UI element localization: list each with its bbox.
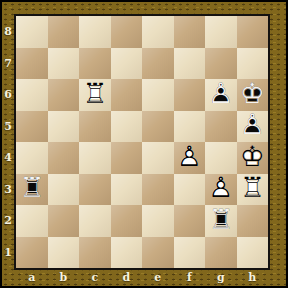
rank-label-4: 4 <box>2 142 14 174</box>
square-b8[interactable] <box>48 16 80 48</box>
piece-black-pawn-g6[interactable]: ♟♙ <box>205 79 237 111</box>
file-label-h: h <box>237 269 269 286</box>
piece-white-pawn-f4[interactable]: ♟♙ <box>174 142 206 174</box>
black-pawn-outline-icon: ♙ <box>240 111 265 139</box>
black-rook-outline-icon: ♖ <box>19 174 44 202</box>
square-e2[interactable] <box>142 205 174 237</box>
file-label-f: f <box>174 269 206 286</box>
file-label-a: a <box>16 269 48 286</box>
square-c8[interactable] <box>79 16 111 48</box>
file-label-d: d <box>111 269 143 286</box>
square-h5[interactable]: ♟♙ <box>237 111 269 143</box>
square-b2[interactable] <box>48 205 80 237</box>
square-h1[interactable] <box>237 237 269 269</box>
square-d7[interactable] <box>111 48 143 80</box>
square-b5[interactable] <box>48 111 80 143</box>
square-g6[interactable]: ♟♙ <box>205 79 237 111</box>
square-f7[interactable] <box>174 48 206 80</box>
square-f2[interactable] <box>174 205 206 237</box>
square-a6[interactable] <box>16 79 48 111</box>
square-b4[interactable] <box>48 142 80 174</box>
rank-label-5: 5 <box>2 111 14 143</box>
file-label-g: g <box>205 269 237 286</box>
white-rook-outline-icon: ♖ <box>82 80 107 108</box>
file-labels: abcdefgh <box>16 269 268 286</box>
square-h6[interactable]: ♚♔ <box>237 79 269 111</box>
square-b6[interactable] <box>48 79 80 111</box>
square-g2[interactable]: ♜♖ <box>205 205 237 237</box>
square-h3[interactable]: ♜♖ <box>237 174 269 206</box>
rank-label-7: 7 <box>2 48 14 80</box>
square-d4[interactable] <box>111 142 143 174</box>
file-label-c: c <box>79 269 111 286</box>
square-e1[interactable] <box>142 237 174 269</box>
piece-black-rook-g2[interactable]: ♜♖ <box>205 205 237 237</box>
white-king-outline-icon: ♔ <box>240 143 265 171</box>
piece-white-pawn-g3[interactable]: ♟♙ <box>205 174 237 206</box>
square-e4[interactable] <box>142 142 174 174</box>
square-h4[interactable]: ♚♔ <box>237 142 269 174</box>
square-f8[interactable] <box>174 16 206 48</box>
square-g8[interactable] <box>205 16 237 48</box>
square-d5[interactable] <box>111 111 143 143</box>
square-g3[interactable]: ♟♙ <box>205 174 237 206</box>
file-label-e: e <box>142 269 174 286</box>
rank-label-2: 2 <box>2 205 14 237</box>
square-b7[interactable] <box>48 48 80 80</box>
square-d8[interactable] <box>111 16 143 48</box>
square-a3[interactable]: ♜♖ <box>16 174 48 206</box>
square-c6[interactable]: ♜♖ <box>79 79 111 111</box>
piece-black-rook-a3[interactable]: ♜♖ <box>16 174 48 206</box>
black-king-outline-icon: ♔ <box>240 80 265 108</box>
file-label-b: b <box>48 269 80 286</box>
square-h2[interactable] <box>237 205 269 237</box>
piece-white-rook-h3[interactable]: ♜♖ <box>237 174 269 206</box>
white-pawn-outline-icon: ♙ <box>208 174 233 202</box>
square-g1[interactable] <box>205 237 237 269</box>
square-b3[interactable] <box>48 174 80 206</box>
black-pawn-outline-icon: ♙ <box>208 80 233 108</box>
rank-label-3: 3 <box>2 174 14 206</box>
square-b1[interactable] <box>48 237 80 269</box>
square-c5[interactable] <box>79 111 111 143</box>
square-e8[interactable] <box>142 16 174 48</box>
square-a7[interactable] <box>16 48 48 80</box>
square-c7[interactable] <box>79 48 111 80</box>
white-pawn-outline-icon: ♙ <box>177 143 202 171</box>
square-d1[interactable] <box>111 237 143 269</box>
square-e3[interactable] <box>142 174 174 206</box>
square-d2[interactable] <box>111 205 143 237</box>
square-f5[interactable] <box>174 111 206 143</box>
square-f6[interactable] <box>174 79 206 111</box>
square-g4[interactable] <box>205 142 237 174</box>
black-rook-outline-icon: ♖ <box>208 206 233 234</box>
white-rook-outline-icon: ♖ <box>240 174 265 202</box>
rank-label-1: 1 <box>2 237 14 269</box>
square-g5[interactable] <box>205 111 237 143</box>
square-f1[interactable] <box>174 237 206 269</box>
square-a2[interactable] <box>16 205 48 237</box>
square-a8[interactable] <box>16 16 48 48</box>
rank-label-6: 6 <box>2 79 14 111</box>
piece-black-pawn-h5[interactable]: ♟♙ <box>237 111 269 143</box>
square-d3[interactable] <box>111 174 143 206</box>
square-a1[interactable] <box>16 237 48 269</box>
piece-black-king-h6[interactable]: ♚♔ <box>237 79 269 111</box>
chess-board: ♜♖♟♙♚♔♟♙♟♙♚♔♜♖♟♙♜♖♜♖ <box>14 14 270 270</box>
square-c4[interactable] <box>79 142 111 174</box>
rank-labels: 87654321 <box>2 16 14 268</box>
square-g7[interactable] <box>205 48 237 80</box>
square-c1[interactable] <box>79 237 111 269</box>
square-h7[interactable] <box>237 48 269 80</box>
square-f3[interactable] <box>174 174 206 206</box>
square-c3[interactable] <box>79 174 111 206</box>
square-h8[interactable] <box>237 16 269 48</box>
square-e5[interactable] <box>142 111 174 143</box>
piece-white-rook-c6[interactable]: ♜♖ <box>79 79 111 111</box>
square-d6[interactable] <box>111 79 143 111</box>
square-a5[interactable] <box>16 111 48 143</box>
square-e7[interactable] <box>142 48 174 80</box>
square-f4[interactable]: ♟♙ <box>174 142 206 174</box>
square-e6[interactable] <box>142 79 174 111</box>
piece-white-king-h4[interactable]: ♚♔ <box>237 142 269 174</box>
square-a4[interactable] <box>16 142 48 174</box>
square-c2[interactable] <box>79 205 111 237</box>
rank-label-8: 8 <box>2 16 14 48</box>
